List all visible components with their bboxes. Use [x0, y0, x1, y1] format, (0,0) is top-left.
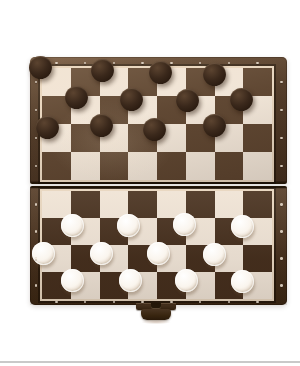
frame-dot [228, 301, 231, 304]
square-r2c2 [71, 96, 100, 124]
frame-dot [280, 81, 283, 84]
square-r8c2 [71, 272, 100, 299]
frame-dot [35, 203, 38, 206]
square-r8c7 [215, 272, 244, 299]
frame-dot [84, 62, 87, 65]
square-r3c7 [215, 124, 244, 152]
frame-dot [113, 301, 116, 304]
square-r2c1 [42, 96, 71, 124]
frame-dot [35, 109, 38, 112]
frame-dot [35, 137, 38, 140]
square-r7c5 [157, 245, 186, 272]
frame-dot [55, 62, 58, 65]
clasp-notch [151, 303, 161, 309]
frame-dot [170, 62, 173, 65]
frame-dot [280, 137, 283, 140]
square-r7c2 [71, 245, 100, 272]
square-r1c8 [243, 68, 272, 96]
square-r5c1 [42, 191, 71, 218]
clasp-shadow [136, 319, 176, 325]
square-r2c6 [186, 96, 215, 124]
square-r7c4 [128, 245, 157, 272]
frame-dot [55, 301, 58, 304]
frame-dot [141, 62, 144, 65]
square-r7c8 [243, 245, 272, 272]
clasp [136, 303, 176, 321]
checkers-board [30, 57, 287, 321]
square-r6c1 [42, 218, 71, 245]
square-r4c4 [128, 152, 157, 180]
square-r3c6 [186, 124, 215, 152]
square-r4c1 [42, 152, 71, 180]
square-r8c6 [186, 272, 215, 299]
square-r1c4 [128, 68, 157, 96]
frame-dot [280, 203, 283, 206]
square-r1c6 [186, 68, 215, 96]
bottom-board-grid [42, 191, 272, 299]
square-r1c2 [71, 68, 100, 96]
page-divider-line [0, 361, 300, 363]
square-r3c4 [128, 124, 157, 152]
square-r5c5 [157, 191, 186, 218]
frame-dot [141, 301, 144, 304]
square-r2c5 [157, 96, 186, 124]
square-r8c5 [157, 272, 186, 299]
square-r4c5 [157, 152, 186, 180]
square-r1c5 [157, 68, 186, 96]
frame-dot [256, 62, 259, 65]
square-r6c6 [186, 218, 215, 245]
frame-dot [199, 301, 202, 304]
square-r8c8 [243, 272, 272, 299]
frame-dot [35, 165, 38, 168]
frame-dot [35, 81, 38, 84]
frame-dot [280, 284, 283, 287]
square-r8c4 [128, 272, 157, 299]
square-r2c8 [243, 96, 272, 124]
frame-dot [35, 284, 38, 287]
square-r4c8 [243, 152, 272, 180]
square-r1c1 [42, 68, 71, 96]
square-r5c2 [71, 191, 100, 218]
square-r3c3 [100, 124, 129, 152]
square-r6c3 [100, 218, 129, 245]
square-r4c6 [186, 152, 215, 180]
frame-dot [84, 301, 87, 304]
square-r5c8 [243, 191, 272, 218]
frame-dot [199, 62, 202, 65]
square-r6c5 [157, 218, 186, 245]
square-r5c4 [128, 191, 157, 218]
square-r5c7 [215, 191, 244, 218]
square-r4c7 [215, 152, 244, 180]
square-r3c1 [42, 124, 71, 152]
frame-dot [280, 257, 283, 260]
square-r2c3 [100, 96, 129, 124]
board-top-tray [30, 57, 287, 184]
square-r1c7 [215, 68, 244, 96]
frame-dot [170, 301, 173, 304]
board-bottom-tray [30, 186, 287, 305]
frame-dot [228, 62, 231, 65]
frame-dot [35, 230, 38, 233]
square-r6c2 [71, 218, 100, 245]
square-r4c3 [100, 152, 129, 180]
square-r2c7 [215, 96, 244, 124]
square-r7c6 [186, 245, 215, 272]
frame-dot [280, 165, 283, 168]
frame-dot [280, 230, 283, 233]
square-r3c8 [243, 124, 272, 152]
square-r3c2 [71, 124, 100, 152]
square-r6c4 [128, 218, 157, 245]
square-r1c3 [100, 68, 129, 96]
photo-background [0, 0, 300, 366]
square-r2c4 [128, 96, 157, 124]
square-r7c1 [42, 245, 71, 272]
square-r3c5 [157, 124, 186, 152]
top-board-grid [42, 68, 272, 180]
frame-dot [280, 109, 283, 112]
frame-dot [35, 257, 38, 260]
square-r6c8 [243, 218, 272, 245]
square-r8c3 [100, 272, 129, 299]
frame-dot [256, 301, 259, 304]
square-r5c3 [100, 191, 129, 218]
square-r7c7 [215, 245, 244, 272]
square-r6c7 [215, 218, 244, 245]
square-r4c2 [71, 152, 100, 180]
frame-dot [113, 62, 116, 65]
square-r8c1 [42, 272, 71, 299]
square-r7c3 [100, 245, 129, 272]
square-r5c6 [186, 191, 215, 218]
